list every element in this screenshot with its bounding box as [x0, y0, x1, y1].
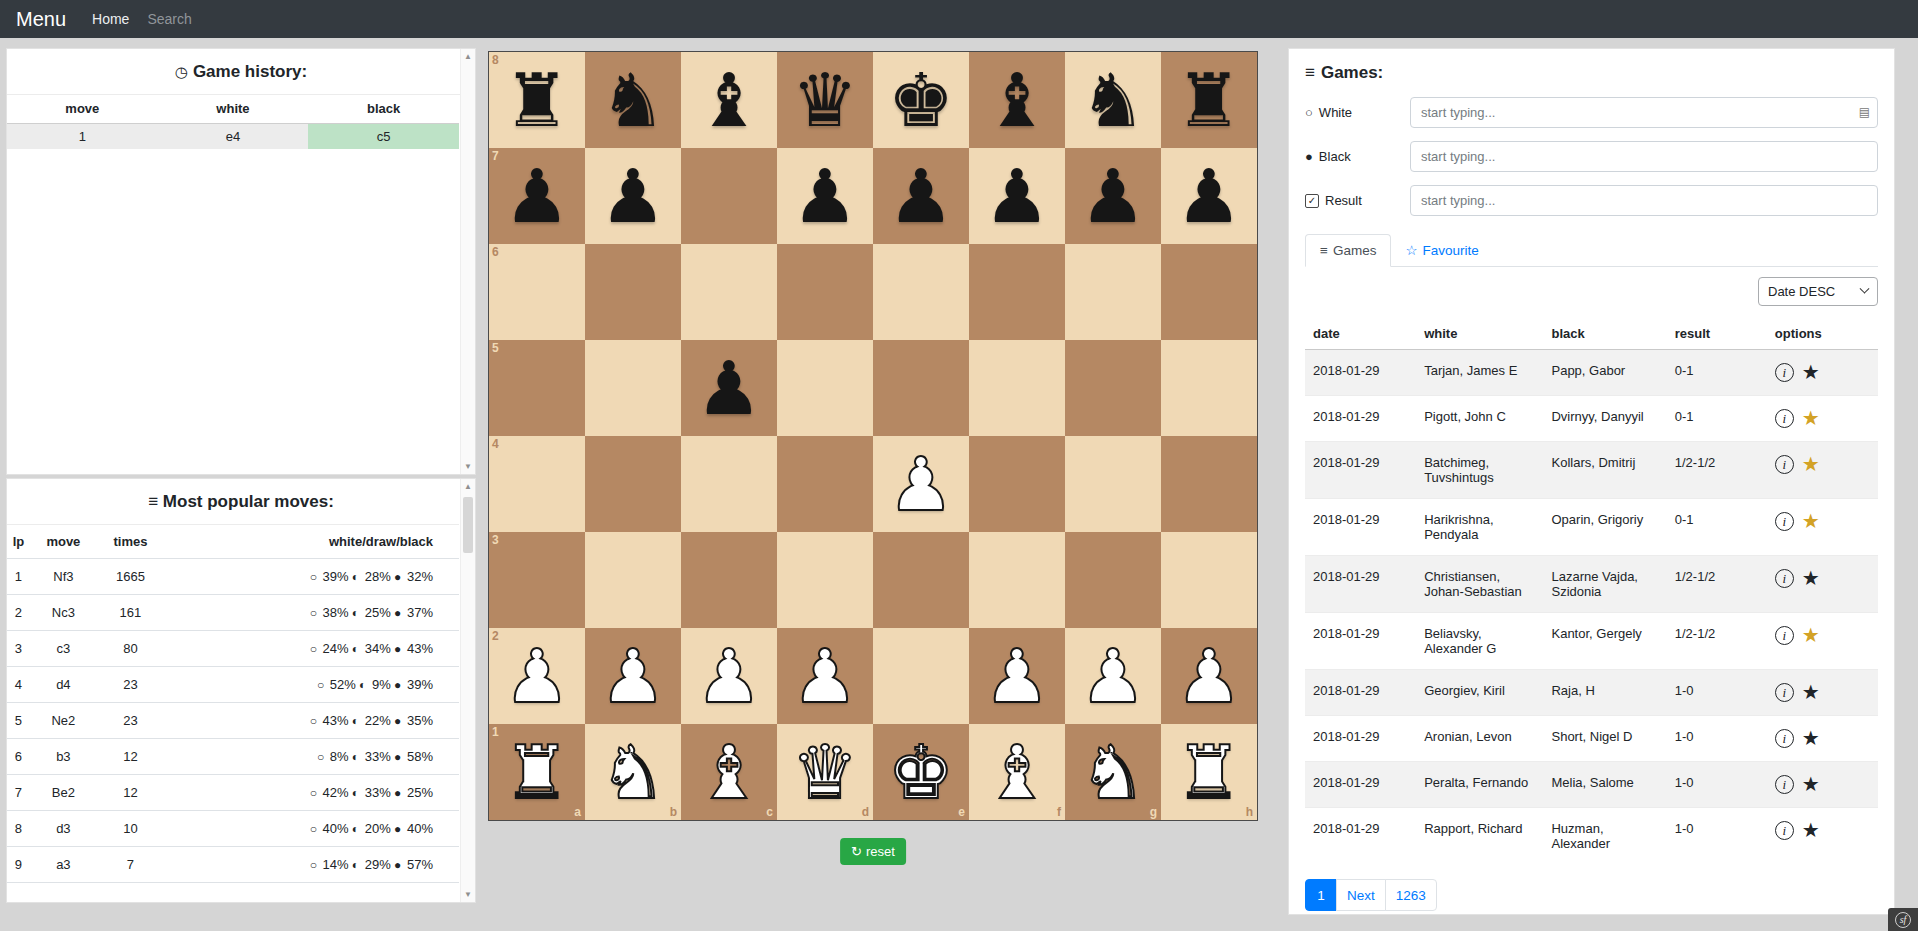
popular-cell-stats: ○ 40% ◐ 20% ● 40%: [164, 811, 459, 847]
half-circle-icon: ◐: [349, 714, 360, 728]
rank-label: 5: [492, 341, 499, 355]
percent-black: 25%: [403, 785, 433, 800]
half-circle-icon: ◐: [356, 678, 367, 692]
game-cell-result: 1/2-1/2: [1667, 613, 1767, 670]
popular-cell-lp: 9: [7, 847, 30, 883]
games-panel-title: ≡Games:: [1305, 63, 1878, 83]
square-g7[interactable]: ♟: [1065, 148, 1161, 244]
table-row[interactable]: 1e4c5: [7, 124, 459, 150]
column-header: result: [1667, 318, 1767, 350]
table-row[interactable]: 1Nf31665○ 39% ◐ 28% ● 32%: [7, 559, 459, 595]
favourite-star-icon-active[interactable]: ★: [1802, 407, 1820, 429]
popular-cell-stats: ○ 38% ◐ 25% ● 37%: [164, 595, 459, 631]
scroll-down-icon[interactable]: ▼: [461, 890, 475, 899]
game-cell-white: Beliavsky, Alexander G: [1416, 613, 1543, 670]
square-d7[interactable]: ♟: [777, 148, 873, 244]
table-row[interactable]: 7Be212○ 42% ◐ 33% ● 25%: [7, 775, 459, 811]
table-row[interactable]: 2018-01-29Peralta, FernandoMelia, Salome…: [1305, 762, 1878, 808]
black-circle-icon: ●: [391, 606, 402, 620]
bars-icon: ≡: [1305, 63, 1315, 82]
chevron-down-icon: [1860, 284, 1870, 294]
popular-cell-stats: ○ 8% ◐ 33% ● 58%: [164, 739, 459, 775]
square-e2[interactable]: [873, 628, 969, 724]
favourite-star-icon-active[interactable]: ★: [1802, 510, 1820, 532]
checkbox-checked-icon[interactable]: ✓: [1305, 194, 1319, 208]
column-header: options: [1767, 318, 1878, 350]
piece-black-b-c8[interactable]: ♝: [696, 52, 762, 148]
game-cell-result: 1/2-1/2: [1667, 556, 1767, 613]
popular-cell-times: 10: [97, 811, 164, 847]
half-circle-icon: ◐: [349, 606, 360, 620]
piece-black-p-a7[interactable]: ♟: [504, 148, 570, 244]
popular-cell-lp: 6: [7, 739, 30, 775]
popular-cell-stats: ○ 39% ◐ 28% ● 32%: [164, 559, 459, 595]
percent-white: 52%: [326, 677, 356, 692]
file-label: g: [1150, 805, 1157, 819]
popular-cell-move: Nf3: [30, 559, 97, 595]
column-header: date: [1305, 318, 1416, 350]
square-d5[interactable]: [777, 340, 873, 436]
column-header: black: [1543, 318, 1666, 350]
favourite-star-icon-active[interactable]: ★: [1802, 624, 1820, 646]
game-cell-options: i★: [1767, 762, 1878, 808]
game-cell-black: Kollars, Dmitrij: [1543, 442, 1666, 499]
table-row[interactable]: 2018-01-29Aronian, LevonShort, Nigel D1-…: [1305, 716, 1878, 762]
piece-black-r-a8[interactable]: ♜: [504, 52, 570, 148]
square-e4[interactable]: ♟: [873, 436, 969, 532]
game-cell-result: 0-1: [1667, 396, 1767, 442]
page-1263[interactable]: 1263: [1385, 879, 1437, 911]
half-circle-icon: ◐: [349, 822, 360, 836]
percent-black: 58%: [403, 749, 433, 764]
sort-value: Date DESC: [1768, 284, 1835, 299]
square-b4[interactable]: [585, 436, 681, 532]
rank-label: 7: [492, 149, 499, 163]
popular-cell-lp: 5: [7, 703, 30, 739]
piece-black-p-h7[interactable]: ♟: [1176, 148, 1242, 244]
square-d4[interactable]: [777, 436, 873, 532]
info-icon[interactable]: i: [1775, 569, 1794, 588]
history-cell-white[interactable]: e4: [158, 124, 309, 150]
history-scrollbar[interactable]: ▲ ▼: [460, 49, 475, 474]
piece-black-n-g8[interactable]: ♞: [1080, 52, 1146, 148]
popular-cell-move: Be2: [30, 775, 97, 811]
half-circle-icon: ◐: [349, 858, 360, 872]
table-row[interactable]: 2018-01-29Rapport, RichardHuzman, Alexan…: [1305, 808, 1878, 865]
black-circle-icon: ●: [391, 642, 402, 656]
square-c2[interactable]: ♟: [681, 628, 777, 724]
piece-white-p-b2[interactable]: ♟: [600, 628, 666, 724]
game-cell-options: i★: [1767, 716, 1878, 762]
square-e1[interactable]: e♚: [873, 724, 969, 820]
games-body: 2018-01-29Tarjan, James EPapp, Gabor0-1i…: [1305, 350, 1878, 865]
piece-white-p-h2[interactable]: ♟: [1176, 628, 1242, 724]
popular-cell-times: 161: [97, 595, 164, 631]
rank-label: 6: [492, 245, 499, 259]
game-cell-white: Rapport, Richard: [1416, 808, 1543, 865]
square-h7[interactable]: ♟: [1161, 148, 1257, 244]
piece-white-p-c2[interactable]: ♟: [696, 628, 762, 724]
popular-cell-stats: ○ 42% ◐ 33% ● 25%: [164, 775, 459, 811]
rank-label: 4: [492, 437, 499, 451]
square-f3[interactable]: [969, 532, 1065, 628]
table-row[interactable]: 9a37○ 14% ◐ 29% ● 57%: [7, 847, 459, 883]
square-a6[interactable]: 6: [489, 244, 585, 340]
square-f1[interactable]: f♝: [969, 724, 1065, 820]
square-g2[interactable]: ♟: [1065, 628, 1161, 724]
refresh-icon: ↻: [851, 844, 862, 859]
game-cell-result: 1-0: [1667, 762, 1767, 808]
piece-black-p-c5[interactable]: ♟: [696, 340, 762, 436]
half-circle-icon: ◐: [349, 786, 360, 800]
popular-scrollbar[interactable]: ▲ ▼: [460, 479, 475, 902]
table-row[interactable]: 2018-01-29Tarjan, James EPapp, Gabor0-1i…: [1305, 350, 1878, 396]
popular-cell-times: 23: [97, 667, 164, 703]
result-search-input[interactable]: [1410, 185, 1878, 216]
scroll-down-icon[interactable]: ▼: [461, 462, 475, 471]
favourite-star-icon[interactable]: ★: [1802, 567, 1820, 589]
piece-black-p-d7[interactable]: ♟: [792, 148, 858, 244]
file-label: b: [670, 805, 677, 819]
piece-black-r-h8[interactable]: ♜: [1176, 52, 1242, 148]
square-e3[interactable]: [873, 532, 969, 628]
white-circle-icon: ○: [310, 606, 317, 620]
game-cell-white: Aronian, Levon: [1416, 716, 1543, 762]
percent-draw: 29%: [361, 857, 391, 872]
game-cell-options: i★: [1767, 442, 1878, 499]
piece-white-r-a1[interactable]: ♜: [504, 724, 570, 820]
file-label: h: [1246, 805, 1253, 819]
square-f8[interactable]: ♝: [969, 52, 1065, 148]
white-circle-icon: ○: [317, 750, 324, 764]
square-a4[interactable]: 4: [489, 436, 585, 532]
square-b2[interactable]: ♟: [585, 628, 681, 724]
piece-white-n-g1[interactable]: ♞: [1080, 724, 1146, 820]
game-cell-options: i★: [1767, 499, 1878, 556]
square-c5[interactable]: ♟: [681, 340, 777, 436]
scroll-thumb[interactable]: [463, 497, 473, 553]
table-row[interactable]: 2018-01-29Harikrishna, PendyalaOparin, G…: [1305, 499, 1878, 556]
black-circle-icon: ●: [391, 678, 402, 692]
white-circle-icon: ○: [310, 714, 317, 728]
file-label: e: [958, 805, 965, 819]
piece-black-p-b7[interactable]: ♟: [600, 148, 666, 244]
info-icon[interactable]: i: [1775, 409, 1794, 428]
bars-icon: ≡: [1320, 243, 1328, 258]
square-d6[interactable]: [777, 244, 873, 340]
column-header: white: [158, 95, 309, 124]
square-g4[interactable]: [1065, 436, 1161, 532]
brand-menu[interactable]: Menu: [16, 8, 66, 31]
info-icon[interactable]: i: [1775, 821, 1794, 840]
game-cell-result: 0-1: [1667, 350, 1767, 396]
white-circle-icon: ○: [310, 858, 317, 872]
square-f5[interactable]: [969, 340, 1065, 436]
square-h8[interactable]: ♜: [1161, 52, 1257, 148]
info-icon[interactable]: i: [1775, 626, 1794, 645]
file-label: a: [574, 805, 581, 819]
piece-white-b-f1[interactable]: ♝: [984, 724, 1050, 820]
percent-black: 39%: [403, 677, 433, 692]
white-circle-icon: ○: [317, 678, 324, 692]
rank-label: 1: [492, 725, 499, 739]
square-h2[interactable]: ♟: [1161, 628, 1257, 724]
table-row[interactable]: 5Ne223○ 43% ◐ 22% ● 35%: [7, 703, 459, 739]
percent-white: 40%: [319, 821, 349, 836]
info-icon[interactable]: i: [1775, 363, 1794, 382]
info-icon[interactable]: i: [1775, 512, 1794, 531]
game-cell-date: 2018-01-29: [1305, 396, 1416, 442]
game-cell-black: Short, Nigel D: [1543, 716, 1666, 762]
half-circle-icon: ◐: [349, 642, 360, 656]
square-h6[interactable]: [1161, 244, 1257, 340]
game-cell-options: i★: [1767, 396, 1878, 442]
square-c6[interactable]: [681, 244, 777, 340]
game-history-title: ◷Game history:: [7, 49, 475, 95]
black-circle-icon: ●: [391, 822, 402, 836]
table-row[interactable]: 2018-01-29Pigott, John CDvirnyy, Danyyil…: [1305, 396, 1878, 442]
info-icon[interactable]: i: [1775, 683, 1794, 702]
file-label: d: [862, 805, 869, 819]
piece-black-b-f8[interactable]: ♝: [984, 52, 1050, 148]
piece-black-n-b8[interactable]: ♞: [600, 52, 666, 148]
table-row[interactable]: 3c380○ 24% ◐ 34% ● 43%: [7, 631, 459, 667]
square-h1[interactable]: h♜: [1161, 724, 1257, 820]
square-g8[interactable]: ♞: [1065, 52, 1161, 148]
star-outline-icon: ☆: [1405, 243, 1417, 258]
input-list-icon: ▤: [1859, 105, 1870, 119]
chess-board[interactable]: 8♜♞♝♛♚♝♞♜7♟♟♟♟♟♟♟65♟4♟32♟♟♟♟♟♟♟1a♜b♞c♝d♛…: [488, 51, 1258, 821]
popular-cell-stats: ○ 52% ◐ 9% ● 39%: [164, 667, 459, 703]
favourite-star-icon[interactable]: ★: [1802, 727, 1820, 749]
percent-black: 43%: [403, 641, 433, 656]
games-table: datewhiteblackresultoptions 2018-01-29Ta…: [1305, 318, 1878, 864]
filter-label-text: Result: [1325, 193, 1362, 208]
square-e6[interactable]: [873, 244, 969, 340]
square-c1[interactable]: c♝: [681, 724, 777, 820]
piece-black-p-f7[interactable]: ♟: [984, 148, 1050, 244]
top-navbar: Menu Home Search: [0, 0, 1918, 38]
square-f2[interactable]: ♟: [969, 628, 1065, 724]
square-h5[interactable]: [1161, 340, 1257, 436]
half-circle-icon: ◐: [349, 750, 360, 764]
percent-black: 40%: [403, 821, 433, 836]
game-cell-result: 1-0: [1667, 808, 1767, 865]
column-header: times: [97, 525, 164, 559]
filter-label-text: Black: [1319, 149, 1351, 164]
page-1[interactable]: 1: [1305, 879, 1337, 911]
square-d1[interactable]: d♛: [777, 724, 873, 820]
game-cell-black: Kantor, Gergely: [1543, 613, 1666, 670]
games-panel: ≡Games: ○White▤●Black✓Result ≡Games ☆Fav…: [1288, 48, 1895, 915]
game-cell-result: 1/2-1/2: [1667, 442, 1767, 499]
square-b8[interactable]: ♞: [585, 52, 681, 148]
games-header-row: datewhiteblackresultoptions: [1305, 318, 1878, 350]
info-icon[interactable]: i: [1775, 775, 1794, 794]
game-cell-date: 2018-01-29: [1305, 808, 1416, 865]
game-cell-black: Melia, Salome: [1543, 762, 1666, 808]
favourite-star-icon[interactable]: ★: [1802, 361, 1820, 383]
white-circle-icon: ○: [1305, 105, 1313, 120]
percent-black: 37%: [403, 605, 433, 620]
square-h4[interactable]: [1161, 436, 1257, 532]
piece-black-p-g7[interactable]: ♟: [1080, 148, 1146, 244]
square-a7[interactable]: 7♟: [489, 148, 585, 244]
piece-white-p-d2[interactable]: ♟: [792, 628, 858, 724]
piece-white-q-d1[interactable]: ♛: [792, 724, 858, 820]
piece-white-n-b1[interactable]: ♞: [600, 724, 666, 820]
game-cell-black: Raja, H: [1543, 670, 1666, 716]
game-history-table: movewhiteblack 1e4c5: [7, 95, 459, 149]
popular-moves-card: ≡ Most popular moves: lpmovetimeswhite/d…: [6, 478, 476, 903]
black-circle-icon: ●: [391, 750, 402, 764]
table-row[interactable]: 8d310○ 40% ◐ 20% ● 40%: [7, 811, 459, 847]
table-row[interactable]: 6b312○ 8% ◐ 33% ● 58%: [7, 739, 459, 775]
piece-white-k-e1[interactable]: ♚: [888, 724, 954, 820]
square-b5[interactable]: [585, 340, 681, 436]
popular-moves-table: lpmovetimeswhite/draw/black 1Nf31665○ 39…: [7, 524, 459, 883]
black-circle-icon: ●: [391, 714, 402, 728]
square-a3[interactable]: 3: [489, 532, 585, 628]
square-e5[interactable]: [873, 340, 969, 436]
info-icon[interactable]: i: [1775, 729, 1794, 748]
page-next[interactable]: Next: [1336, 879, 1386, 911]
favourite-star-icon[interactable]: ★: [1802, 819, 1820, 841]
piece-black-q-d8[interactable]: ♛: [792, 52, 858, 148]
favourite-star-icon[interactable]: ★: [1802, 681, 1820, 703]
percent-black: 57%: [403, 857, 433, 872]
square-g6[interactable]: [1065, 244, 1161, 340]
favourite-star-icon[interactable]: ★: [1802, 773, 1820, 795]
percent-draw: 34%: [361, 641, 391, 656]
percent-white: 42%: [319, 785, 349, 800]
piece-white-r-h1[interactable]: ♜: [1176, 724, 1242, 820]
popular-cell-stats: ○ 24% ◐ 34% ● 43%: [164, 631, 459, 667]
piece-white-p-g2[interactable]: ♟: [1080, 628, 1146, 724]
filter-row-black: ●Black: [1305, 141, 1878, 172]
percent-white: 39%: [319, 569, 349, 584]
column-header: lp: [7, 525, 30, 559]
table-row[interactable]: 2018-01-29Beliavsky, Alexander GKantor, …: [1305, 613, 1878, 670]
square-b3[interactable]: [585, 532, 681, 628]
white-search-input[interactable]: [1410, 97, 1878, 128]
square-g3[interactable]: [1065, 532, 1161, 628]
table-row[interactable]: 2018-01-29Batchimeg, TuvshintugsKollars,…: [1305, 442, 1878, 499]
percent-white: 24%: [319, 641, 349, 656]
game-cell-black: Oparin, Grigoriy: [1543, 499, 1666, 556]
game-cell-date: 2018-01-29: [1305, 556, 1416, 613]
square-f4[interactable]: [969, 436, 1065, 532]
square-b7[interactable]: ♟: [585, 148, 681, 244]
square-f6[interactable]: [969, 244, 1065, 340]
popular-cell-times: 7: [97, 847, 164, 883]
square-g5[interactable]: [1065, 340, 1161, 436]
sort-dropdown[interactable]: Date DESC: [1758, 277, 1878, 306]
history-cell-black[interactable]: c5: [308, 124, 459, 150]
black-circle-icon: ●: [391, 786, 402, 800]
games-tabs: ≡Games ☆Favourite: [1305, 234, 1878, 267]
favourite-star-icon-active[interactable]: ★: [1802, 453, 1820, 475]
game-cell-date: 2018-01-29: [1305, 716, 1416, 762]
piece-white-p-a2[interactable]: ♟: [504, 628, 570, 724]
game-cell-date: 2018-01-29: [1305, 499, 1416, 556]
square-d2[interactable]: ♟: [777, 628, 873, 724]
square-a1[interactable]: 1a♜: [489, 724, 585, 820]
percent-white: 8%: [326, 749, 348, 764]
square-a5[interactable]: 5: [489, 340, 585, 436]
percent-draw: 22%: [361, 713, 391, 728]
game-cell-white: Christiansen, Johan-Sebastian: [1416, 556, 1543, 613]
game-cell-options: i★: [1767, 350, 1878, 396]
popular-moves-header-row: lpmovetimeswhite/draw/black: [7, 525, 459, 559]
percent-draw: 9%: [368, 677, 390, 692]
square-e8[interactable]: ♚: [873, 52, 969, 148]
percent-draw: 33%: [361, 749, 391, 764]
square-f7[interactable]: ♟: [969, 148, 1065, 244]
game-cell-date: 2018-01-29: [1305, 613, 1416, 670]
square-a2[interactable]: 2♟: [489, 628, 585, 724]
square-d8[interactable]: ♛: [777, 52, 873, 148]
black-search-input[interactable]: [1410, 141, 1878, 172]
game-cell-white: Harikrishna, Pendyala: [1416, 499, 1543, 556]
scroll-up-icon[interactable]: ▲: [461, 482, 475, 491]
filter-row-white: ○White▤: [1305, 97, 1878, 128]
popular-cell-move: a3: [30, 847, 97, 883]
table-row[interactable]: 4d423○ 52% ◐ 9% ● 39%: [7, 667, 459, 703]
square-e7[interactable]: ♟: [873, 148, 969, 244]
reset-button[interactable]: ↻reset: [840, 838, 906, 865]
tab-favourite[interactable]: ☆Favourite: [1391, 234, 1492, 266]
square-c4[interactable]: [681, 436, 777, 532]
scroll-up-icon[interactable]: ▲: [461, 52, 475, 61]
percent-white: 43%: [319, 713, 349, 728]
piece-white-b-c1[interactable]: ♝: [696, 724, 762, 820]
piece-white-p-f2[interactable]: ♟: [984, 628, 1050, 724]
square-g1[interactable]: g♞: [1065, 724, 1161, 820]
square-b6[interactable]: [585, 244, 681, 340]
square-h3[interactable]: [1161, 532, 1257, 628]
percent-white: 38%: [319, 605, 349, 620]
history-cell-move[interactable]: 1: [7, 124, 158, 150]
game-cell-black: Papp, Gabor: [1543, 350, 1666, 396]
nav-link-home[interactable]: Home: [92, 11, 129, 27]
table-row[interactable]: 2018-01-29Christiansen, Johan-SebastianL…: [1305, 556, 1878, 613]
table-row[interactable]: 2Nc3161○ 38% ◐ 25% ● 37%: [7, 595, 459, 631]
info-icon[interactable]: i: [1775, 455, 1794, 474]
square-c8[interactable]: ♝: [681, 52, 777, 148]
popular-cell-times: 80: [97, 631, 164, 667]
table-row[interactable]: 2018-01-29Georgiev, KirilRaja, H1-0i★: [1305, 670, 1878, 716]
square-d3[interactable]: [777, 532, 873, 628]
nav-link-search[interactable]: Search: [147, 11, 191, 27]
square-c3[interactable]: [681, 532, 777, 628]
square-a8[interactable]: 8♜: [489, 52, 585, 148]
symfony-toolbar-badge[interactable]: sf: [1888, 908, 1918, 931]
piece-black-p-e7[interactable]: ♟: [888, 148, 954, 244]
white-circle-icon: ○: [310, 570, 317, 584]
piece-black-k-e8[interactable]: ♚: [888, 52, 954, 148]
square-b1[interactable]: b♞: [585, 724, 681, 820]
popular-cell-move: c3: [30, 631, 97, 667]
square-c7[interactable]: [681, 148, 777, 244]
piece-white-p-e4[interactable]: ♟: [888, 436, 954, 532]
percent-white: 14%: [319, 857, 349, 872]
clock-icon: ◷: [175, 63, 188, 80]
tab-games[interactable]: ≡Games: [1305, 234, 1391, 267]
popular-cell-lp: 1: [7, 559, 30, 595]
game-cell-options: i★: [1767, 808, 1878, 865]
file-label: c: [766, 805, 773, 819]
